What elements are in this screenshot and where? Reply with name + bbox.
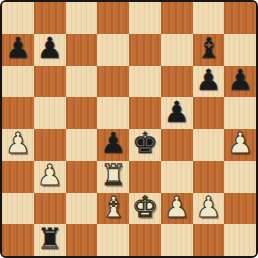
square-c7[interactable] bbox=[66, 34, 98, 66]
square-f5[interactable]: ♟ bbox=[161, 97, 193, 129]
square-g5[interactable] bbox=[193, 97, 225, 129]
square-a4[interactable]: ♟ bbox=[2, 129, 34, 161]
square-d7[interactable] bbox=[97, 34, 129, 66]
piece-black-pawn-a7[interactable]: ♟ bbox=[5, 34, 31, 63]
square-h6[interactable]: ♟ bbox=[224, 66, 256, 98]
square-a1[interactable] bbox=[2, 224, 34, 256]
square-g1[interactable] bbox=[193, 224, 225, 256]
square-g6[interactable]: ♟ bbox=[193, 66, 225, 98]
square-g8[interactable] bbox=[193, 2, 225, 34]
piece-black-pawn-d4[interactable]: ♟ bbox=[100, 129, 126, 158]
chess-board: ♟♟♝♟♟♟♟♟♚♟♟♜♝♚♟♟♜ bbox=[0, 0, 258, 258]
square-a2[interactable] bbox=[2, 193, 34, 225]
square-d2[interactable]: ♝ bbox=[97, 193, 129, 225]
square-a5[interactable] bbox=[2, 97, 34, 129]
square-h7[interactable] bbox=[224, 34, 256, 66]
square-d1[interactable] bbox=[97, 224, 129, 256]
piece-black-pawn-g6[interactable]: ♟ bbox=[195, 66, 221, 95]
square-g3[interactable] bbox=[193, 161, 225, 193]
square-b4[interactable] bbox=[34, 129, 66, 161]
square-a3[interactable] bbox=[2, 161, 34, 193]
square-b7[interactable]: ♟ bbox=[34, 34, 66, 66]
square-f8[interactable] bbox=[161, 2, 193, 34]
piece-white-pawn-f2[interactable]: ♟ bbox=[164, 193, 190, 222]
square-a8[interactable] bbox=[2, 2, 34, 34]
piece-black-rook-b1[interactable]: ♜ bbox=[37, 225, 63, 254]
square-b2[interactable] bbox=[34, 193, 66, 225]
square-e8[interactable] bbox=[129, 2, 161, 34]
square-e6[interactable] bbox=[129, 66, 161, 98]
square-d5[interactable] bbox=[97, 97, 129, 129]
square-d3[interactable]: ♜ bbox=[97, 161, 129, 193]
square-f6[interactable] bbox=[161, 66, 193, 98]
square-b5[interactable] bbox=[34, 97, 66, 129]
square-c2[interactable] bbox=[66, 193, 98, 225]
square-g4[interactable] bbox=[193, 129, 225, 161]
square-c3[interactable] bbox=[66, 161, 98, 193]
square-h5[interactable] bbox=[224, 97, 256, 129]
piece-white-pawn-h4[interactable]: ♟ bbox=[227, 129, 253, 158]
piece-white-pawn-g2[interactable]: ♟ bbox=[195, 193, 221, 222]
square-h8[interactable] bbox=[224, 2, 256, 34]
piece-white-pawn-b3[interactable]: ♟ bbox=[37, 161, 63, 190]
piece-white-pawn-a4[interactable]: ♟ bbox=[5, 129, 31, 158]
square-h3[interactable] bbox=[224, 161, 256, 193]
square-c1[interactable] bbox=[66, 224, 98, 256]
square-f2[interactable]: ♟ bbox=[161, 193, 193, 225]
piece-white-king-e2[interactable]: ♚ bbox=[132, 193, 158, 222]
square-d4[interactable]: ♟ bbox=[97, 129, 129, 161]
square-a7[interactable]: ♟ bbox=[2, 34, 34, 66]
piece-black-pawn-h6[interactable]: ♟ bbox=[227, 66, 253, 95]
square-b6[interactable] bbox=[34, 66, 66, 98]
piece-black-bishop-g7[interactable]: ♝ bbox=[195, 34, 221, 63]
square-e4[interactable]: ♚ bbox=[129, 129, 161, 161]
piece-black-king-e4[interactable]: ♚ bbox=[132, 129, 158, 158]
chess-board-container: ♟♟♝♟♟♟♟♟♚♟♟♜♝♚♟♟♜ bbox=[0, 0, 258, 258]
square-b1[interactable]: ♜ bbox=[34, 224, 66, 256]
square-a6[interactable] bbox=[2, 66, 34, 98]
square-e1[interactable] bbox=[129, 224, 161, 256]
square-h2[interactable] bbox=[224, 193, 256, 225]
piece-black-pawn-b7[interactable]: ♟ bbox=[37, 34, 63, 63]
square-c8[interactable] bbox=[66, 2, 98, 34]
square-d6[interactable] bbox=[97, 66, 129, 98]
square-e5[interactable] bbox=[129, 97, 161, 129]
square-b8[interactable] bbox=[34, 2, 66, 34]
square-f4[interactable] bbox=[161, 129, 193, 161]
square-h1[interactable] bbox=[224, 224, 256, 256]
square-d8[interactable] bbox=[97, 2, 129, 34]
square-c6[interactable] bbox=[66, 66, 98, 98]
piece-white-rook-d3[interactable]: ♜ bbox=[100, 161, 126, 190]
piece-white-bishop-d2[interactable]: ♝ bbox=[100, 193, 126, 222]
square-f7[interactable] bbox=[161, 34, 193, 66]
square-c5[interactable] bbox=[66, 97, 98, 129]
square-g2[interactable]: ♟ bbox=[193, 193, 225, 225]
square-e2[interactable]: ♚ bbox=[129, 193, 161, 225]
square-e3[interactable] bbox=[129, 161, 161, 193]
square-e7[interactable] bbox=[129, 34, 161, 66]
square-f1[interactable] bbox=[161, 224, 193, 256]
square-g7[interactable]: ♝ bbox=[193, 34, 225, 66]
square-f3[interactable] bbox=[161, 161, 193, 193]
square-b3[interactable]: ♟ bbox=[34, 161, 66, 193]
piece-black-pawn-f5[interactable]: ♟ bbox=[164, 98, 190, 127]
square-h4[interactable]: ♟ bbox=[224, 129, 256, 161]
square-c4[interactable] bbox=[66, 129, 98, 161]
